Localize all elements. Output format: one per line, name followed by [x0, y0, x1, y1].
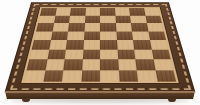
- square-d7[interactable]: [85, 15, 100, 23]
- square-b7[interactable]: [54, 15, 70, 23]
- square-h3[interactable]: [151, 49, 171, 59]
- square-g2[interactable]: [135, 59, 155, 70]
- square-f6[interactable]: [115, 23, 131, 31]
- square-h6[interactable]: [146, 23, 163, 31]
- square-f3[interactable]: [117, 49, 135, 59]
- square-h4[interactable]: [150, 40, 169, 49]
- square-b2[interactable]: [45, 59, 65, 70]
- square-g7[interactable]: [130, 15, 146, 23]
- square-b5[interactable]: [51, 31, 69, 40]
- square-f7[interactable]: [115, 15, 131, 23]
- square-c2[interactable]: [63, 59, 82, 70]
- board-foot-left: [22, 98, 30, 102]
- square-g3[interactable]: [134, 49, 153, 59]
- square-f8[interactable]: [115, 8, 130, 15]
- square-d8[interactable]: [85, 8, 100, 15]
- square-h7[interactable]: [145, 15, 162, 23]
- square-f5[interactable]: [116, 31, 133, 40]
- square-d1[interactable]: [81, 70, 100, 82]
- square-a2[interactable]: [27, 59, 47, 70]
- square-g8[interactable]: [129, 8, 145, 15]
- square-a6[interactable]: [36, 23, 53, 31]
- square-c7[interactable]: [69, 15, 85, 23]
- square-d5[interactable]: [84, 31, 101, 40]
- square-b3[interactable]: [47, 49, 66, 59]
- square-h8[interactable]: [144, 8, 160, 15]
- square-a5[interactable]: [34, 31, 52, 40]
- square-g6[interactable]: [131, 23, 148, 31]
- front-edge-bevel-highlight: [5, 91, 195, 93]
- product-photo-background: [0, 0, 200, 105]
- square-d4[interactable]: [83, 40, 100, 49]
- square-a4[interactable]: [32, 40, 51, 49]
- square-e6[interactable]: [100, 23, 116, 31]
- square-f4[interactable]: [117, 40, 135, 49]
- square-g4[interactable]: [133, 40, 151, 49]
- square-f1[interactable]: [118, 70, 138, 82]
- square-e8[interactable]: [100, 8, 115, 15]
- square-h5[interactable]: [148, 31, 166, 40]
- square-e1[interactable]: [100, 70, 119, 82]
- board-front-edge: [5, 91, 195, 99]
- square-e4[interactable]: [100, 40, 117, 49]
- square-h2[interactable]: [153, 59, 173, 70]
- square-f2[interactable]: [118, 59, 137, 70]
- square-a1[interactable]: [24, 70, 45, 82]
- square-g1[interactable]: [137, 70, 157, 82]
- square-c3[interactable]: [65, 49, 83, 59]
- square-a8[interactable]: [40, 8, 56, 15]
- square-b6[interactable]: [52, 23, 69, 31]
- square-b1[interactable]: [43, 70, 63, 82]
- square-g5[interactable]: [132, 31, 150, 40]
- square-e2[interactable]: [100, 59, 118, 70]
- square-e3[interactable]: [100, 49, 118, 59]
- square-e5[interactable]: [100, 31, 117, 40]
- square-b4[interactable]: [49, 40, 67, 49]
- chessboard: [5, 2, 196, 92]
- square-c1[interactable]: [62, 70, 82, 82]
- square-a7[interactable]: [38, 15, 55, 23]
- square-e7[interactable]: [100, 15, 115, 23]
- square-d3[interactable]: [82, 49, 100, 59]
- square-d6[interactable]: [84, 23, 100, 31]
- board-foot-right: [168, 98, 176, 102]
- square-d2[interactable]: [82, 59, 100, 70]
- square-c5[interactable]: [67, 31, 84, 40]
- square-a3[interactable]: [29, 49, 49, 59]
- square-c6[interactable]: [68, 23, 84, 31]
- board-grid: [21, 7, 179, 83]
- square-h1[interactable]: [155, 70, 176, 82]
- square-b8[interactable]: [55, 8, 71, 15]
- square-c4[interactable]: [66, 40, 84, 49]
- square-c8[interactable]: [70, 8, 85, 15]
